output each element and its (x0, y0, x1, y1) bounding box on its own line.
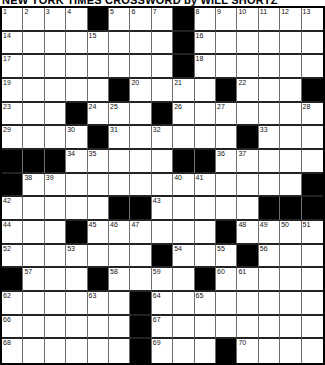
black-cell-r7c1 (2, 150, 23, 174)
clue-number: 59 (153, 268, 161, 276)
black-cell-r8c15 (302, 174, 323, 198)
black-cell-r3c9 (173, 55, 194, 79)
clue-number: 65 (196, 292, 204, 300)
clue-number: 14 (3, 32, 11, 40)
black-cell-r9c15 (302, 197, 323, 221)
white-cell-r11c15[interactable] (302, 245, 323, 269)
white-cell-r13c8[interactable]: 64 (152, 292, 173, 316)
white-cell-r1c3[interactable]: 3 (45, 8, 66, 32)
white-cell-r13c10[interactable]: 65 (195, 292, 216, 316)
black-cell-r1c5 (88, 8, 109, 32)
white-cell-r13c11[interactable] (216, 292, 237, 316)
white-cell-r10c9[interactable] (173, 221, 194, 245)
white-cell-r3c13[interactable] (259, 55, 280, 79)
white-cell-r11c3[interactable] (45, 245, 66, 269)
white-cell-r6c13[interactable]: 33 (259, 126, 280, 150)
clue-number: 44 (3, 221, 11, 229)
white-cell-r5c10[interactable] (195, 103, 216, 127)
white-cell-r10c10[interactable] (195, 221, 216, 245)
white-cell-r14c12[interactable] (237, 316, 258, 340)
clue-number: 35 (89, 150, 97, 158)
white-cell-r1c2[interactable]: 2 (23, 8, 44, 32)
clue-number: 40 (174, 174, 182, 182)
clue-number: 21 (174, 79, 182, 87)
white-cell-r5c3[interactable] (45, 103, 66, 127)
white-cell-r13c5[interactable]: 63 (88, 292, 109, 316)
white-cell-r4c8[interactable] (152, 79, 173, 103)
white-cell-r4c4[interactable] (66, 79, 87, 103)
clue-number: 64 (153, 292, 161, 300)
white-cell-r12c6[interactable]: 58 (109, 268, 130, 292)
clue-number: 37 (238, 150, 246, 158)
clue-number: 26 (174, 103, 182, 111)
white-cell-r2c7[interactable] (130, 32, 151, 56)
white-cell-r2c1[interactable]: 14 (2, 32, 23, 56)
white-cell-r13c9[interactable] (173, 292, 194, 316)
white-cell-r5c9[interactable]: 26 (173, 103, 194, 127)
crossword-grid: 1234567891011121314151617181920212223242… (0, 6, 325, 365)
white-cell-r2c8[interactable] (152, 32, 173, 56)
clue-number: 12 (281, 8, 289, 16)
white-cell-r12c12[interactable]: 61 (237, 268, 258, 292)
black-cell-r15c11 (216, 339, 237, 363)
white-cell-r8c11[interactable] (216, 174, 237, 198)
clue-number: 2 (24, 8, 28, 16)
white-cell-r15c4[interactable] (66, 339, 87, 363)
black-cell-r12c5 (88, 268, 109, 292)
white-cell-r3c5[interactable] (88, 55, 109, 79)
white-cell-r10c12[interactable]: 48 (237, 221, 258, 245)
white-cell-r1c14[interactable]: 12 (280, 8, 301, 32)
black-cell-r8c1 (2, 174, 23, 198)
clue-number: 57 (24, 268, 32, 276)
white-cell-r9c3[interactable] (45, 197, 66, 221)
black-cell-r9c13 (259, 197, 280, 221)
white-cell-r2c11[interactable] (216, 32, 237, 56)
white-cell-r7c11[interactable]: 36 (216, 150, 237, 174)
black-cell-r14c7 (130, 316, 151, 340)
white-cell-r4c13[interactable] (259, 79, 280, 103)
clue-number: 28 (303, 103, 311, 111)
white-cell-r4c7[interactable]: 20 (130, 79, 151, 103)
clue-number: 45 (89, 221, 97, 229)
clue-number: 38 (24, 174, 32, 182)
white-cell-r13c4[interactable] (66, 292, 87, 316)
white-cell-r5c2[interactable] (23, 103, 44, 127)
white-cell-r13c12[interactable] (237, 292, 258, 316)
black-cell-r1c9 (173, 8, 194, 32)
white-cell-r7c7[interactable] (130, 150, 151, 174)
white-cell-r2c13[interactable] (259, 32, 280, 56)
white-cell-r3c2[interactable] (23, 55, 44, 79)
black-cell-r7c10 (195, 150, 216, 174)
clue-number: 39 (46, 174, 54, 182)
white-cell-r14c10[interactable] (195, 316, 216, 340)
white-cell-r14c9[interactable] (173, 316, 194, 340)
white-cell-r12c7[interactable] (130, 268, 151, 292)
white-cell-r3c11[interactable] (216, 55, 237, 79)
white-cell-r11c1[interactable]: 52 (2, 245, 23, 269)
clue-number: 69 (153, 339, 161, 347)
white-cell-r1c6[interactable]: 5 (109, 8, 130, 32)
white-cell-r8c10[interactable]: 41 (195, 174, 216, 198)
white-cell-r8c5[interactable] (88, 174, 109, 198)
clue-number: 53 (67, 245, 75, 253)
white-cell-r4c10[interactable] (195, 79, 216, 103)
white-cell-r15c6[interactable] (109, 339, 130, 363)
black-cell-r10c4 (66, 221, 87, 245)
clue-number: 27 (217, 103, 225, 111)
white-cell-r13c1[interactable]: 62 (2, 292, 23, 316)
white-cell-r11c10[interactable] (195, 245, 216, 269)
white-cell-r7c12[interactable]: 37 (237, 150, 258, 174)
white-cell-r3c15[interactable] (302, 55, 323, 79)
black-cell-r4c6 (109, 79, 130, 103)
white-cell-r6c3[interactable] (45, 126, 66, 150)
clue-number: 41 (196, 174, 204, 182)
black-cell-r15c7 (130, 339, 151, 363)
clue-number: 58 (110, 268, 118, 276)
white-cell-r5c6[interactable]: 25 (109, 103, 130, 127)
clue-number: 16 (196, 32, 204, 40)
white-cell-r5c7[interactable] (130, 103, 151, 127)
white-cell-r13c3[interactable] (45, 292, 66, 316)
white-cell-r6c1[interactable]: 29 (2, 126, 23, 150)
white-cell-r14c8[interactable]: 67 (152, 316, 173, 340)
clue-number: 52 (3, 245, 11, 253)
black-cell-r9c7 (130, 197, 151, 221)
black-cell-r11c12 (237, 245, 258, 269)
white-cell-r5c15[interactable]: 28 (302, 103, 323, 127)
clue-number: 31 (110, 126, 118, 134)
clue-number: 22 (238, 79, 246, 87)
white-cell-r9c8[interactable]: 43 (152, 197, 173, 221)
white-cell-r3c6[interactable] (109, 55, 130, 79)
white-cell-r7c14[interactable] (280, 150, 301, 174)
clue-number: 63 (89, 292, 97, 300)
white-cell-r15c8[interactable]: 69 (152, 339, 173, 363)
clue-number: 4 (67, 8, 71, 16)
white-cell-r2c6[interactable] (109, 32, 130, 56)
white-cell-r12c11[interactable]: 60 (216, 268, 237, 292)
white-cell-r1c8[interactable]: 7 (152, 8, 173, 32)
white-cell-r10c13[interactable]: 49 (259, 221, 280, 245)
white-cell-r11c7[interactable] (130, 245, 151, 269)
white-cell-r4c3[interactable] (45, 79, 66, 103)
white-cell-r11c14[interactable] (280, 245, 301, 269)
clue-number: 30 (67, 126, 75, 134)
white-cell-r6c10[interactable] (195, 126, 216, 150)
white-cell-r13c15[interactable] (302, 292, 323, 316)
white-cell-r8c4[interactable] (66, 174, 87, 198)
white-cell-r1c12[interactable]: 10 (237, 8, 258, 32)
white-cell-r12c4[interactable] (66, 268, 87, 292)
white-cell-r6c6[interactable]: 31 (109, 126, 130, 150)
white-cell-r8c7[interactable] (130, 174, 151, 198)
clue-number: 56 (260, 245, 268, 253)
clue-number: 7 (153, 8, 157, 16)
white-cell-r3c8[interactable] (152, 55, 173, 79)
black-cell-r12c10 (195, 268, 216, 292)
clue-number: 9 (217, 8, 221, 16)
clue-number: 33 (260, 126, 268, 134)
clue-number: 32 (153, 126, 161, 134)
clue-number: 47 (131, 221, 139, 229)
clue-number: 42 (3, 197, 11, 205)
black-cell-r7c9 (173, 150, 194, 174)
white-cell-r2c14[interactable] (280, 32, 301, 56)
white-cell-r5c14[interactable] (280, 103, 301, 127)
white-cell-r9c12[interactable] (237, 197, 258, 221)
white-cell-r10c1[interactable]: 44 (2, 221, 23, 245)
white-cell-r1c13[interactable]: 11 (259, 8, 280, 32)
clue-number: 5 (110, 8, 114, 16)
clue-number: 11 (260, 8, 267, 16)
white-cell-r5c1[interactable]: 23 (2, 103, 23, 127)
white-cell-r11c5[interactable] (88, 245, 109, 269)
white-cell-r8c3[interactable]: 39 (45, 174, 66, 198)
white-cell-r8c13[interactable] (259, 174, 280, 198)
white-cell-r2c3[interactable] (45, 32, 66, 56)
white-cell-r3c12[interactable] (237, 55, 258, 79)
black-cell-r5c8 (152, 103, 173, 127)
white-cell-r15c12[interactable]: 70 (237, 339, 258, 363)
white-cell-r6c7[interactable] (130, 126, 151, 150)
clue-number: 10 (238, 8, 246, 16)
white-cell-r14c13[interactable] (259, 316, 280, 340)
black-cell-r12c1 (2, 268, 23, 292)
white-cell-r15c1[interactable]: 68 (2, 339, 23, 363)
clue-number: 61 (238, 268, 246, 276)
white-cell-r10c15[interactable]: 51 (302, 221, 323, 245)
white-cell-r11c2[interactable] (23, 245, 44, 269)
clue-number: 48 (238, 221, 246, 229)
white-cell-r8c9[interactable]: 40 (173, 174, 194, 198)
white-cell-r14c1[interactable]: 66 (2, 316, 23, 340)
white-cell-r15c15[interactable] (302, 339, 323, 363)
white-cell-r6c8[interactable]: 32 (152, 126, 173, 150)
black-cell-r7c3 (45, 150, 66, 174)
clue-number: 24 (89, 103, 97, 111)
white-cell-r14c3[interactable] (45, 316, 66, 340)
white-cell-r8c2[interactable]: 38 (23, 174, 44, 198)
clue-number: 20 (131, 79, 139, 87)
white-cell-r14c14[interactable] (280, 316, 301, 340)
white-cell-r9c10[interactable] (195, 197, 216, 221)
white-cell-r5c13[interactable] (259, 103, 280, 127)
white-cell-r14c4[interactable] (66, 316, 87, 340)
clue-number: 68 (3, 339, 11, 347)
white-cell-r12c13[interactable] (259, 268, 280, 292)
white-cell-r12c15[interactable] (302, 268, 323, 292)
white-cell-r13c6[interactable] (109, 292, 130, 316)
white-cell-r4c12[interactable]: 22 (237, 79, 258, 103)
white-cell-r10c7[interactable]: 47 (130, 221, 151, 245)
white-cell-r11c11[interactable]: 55 (216, 245, 237, 269)
clue-number: 23 (3, 103, 11, 111)
white-cell-r13c14[interactable] (280, 292, 301, 316)
clue-number: 8 (196, 8, 200, 16)
white-cell-r4c9[interactable]: 21 (173, 79, 194, 103)
white-cell-r10c2[interactable] (23, 221, 44, 245)
white-cell-r2c15[interactable] (302, 32, 323, 56)
white-cell-r11c4[interactable]: 53 (66, 245, 87, 269)
white-cell-r14c5[interactable] (88, 316, 109, 340)
white-cell-r11c6[interactable] (109, 245, 130, 269)
white-cell-r8c6[interactable] (109, 174, 130, 198)
black-cell-r13c7 (130, 292, 151, 316)
white-cell-r3c14[interactable] (280, 55, 301, 79)
white-cell-r10c8[interactable] (152, 221, 173, 245)
white-cell-r3c1[interactable]: 17 (2, 55, 23, 79)
clue-number: 17 (3, 55, 11, 63)
white-cell-r4c1[interactable]: 19 (2, 79, 23, 103)
clue-number: 55 (217, 245, 225, 253)
white-cell-r10c5[interactable]: 45 (88, 221, 109, 245)
white-cell-r11c13[interactable]: 56 (259, 245, 280, 269)
white-cell-r8c12[interactable] (237, 174, 258, 198)
white-cell-r1c4[interactable]: 4 (66, 8, 87, 32)
clue-number: 15 (89, 32, 97, 40)
white-cell-r13c2[interactable] (23, 292, 44, 316)
white-cell-r8c14[interactable] (280, 174, 301, 198)
clue-number: 3 (46, 8, 50, 16)
clue-number: 46 (110, 221, 118, 229)
white-cell-r7c4[interactable]: 34 (66, 150, 87, 174)
white-cell-r11c9[interactable]: 54 (173, 245, 194, 269)
white-cell-r14c15[interactable] (302, 316, 323, 340)
white-cell-r3c7[interactable] (130, 55, 151, 79)
clue-number: 66 (3, 316, 11, 324)
white-cell-r9c4[interactable] (66, 197, 87, 221)
white-cell-r6c15[interactable] (302, 126, 323, 150)
white-cell-r10c14[interactable]: 50 (280, 221, 301, 245)
clue-number: 18 (196, 55, 204, 63)
white-cell-r14c6[interactable] (109, 316, 130, 340)
white-cell-r7c15[interactable] (302, 150, 323, 174)
clue-number: 13 (303, 8, 311, 16)
white-cell-r14c11[interactable] (216, 316, 237, 340)
black-cell-r9c14 (280, 197, 301, 221)
clue-number: 67 (153, 316, 161, 324)
white-cell-r9c9[interactable] (173, 197, 194, 221)
white-cell-r2c5[interactable]: 15 (88, 32, 109, 56)
white-cell-r3c4[interactable] (66, 55, 87, 79)
clue-number: 19 (3, 79, 11, 87)
white-cell-r1c15[interactable]: 13 (302, 8, 323, 32)
white-cell-r1c1[interactable]: 1 (2, 8, 23, 32)
white-cell-r9c11[interactable] (216, 197, 237, 221)
clue-number: 70 (238, 339, 246, 347)
white-cell-r2c2[interactable] (23, 32, 44, 56)
white-cell-r6c14[interactable] (280, 126, 301, 150)
white-cell-r4c2[interactable] (23, 79, 44, 103)
white-cell-r7c5[interactable]: 35 (88, 150, 109, 174)
white-cell-r15c5[interactable] (88, 339, 109, 363)
black-cell-r6c5 (88, 126, 109, 150)
white-cell-r1c7[interactable]: 6 (130, 8, 151, 32)
black-cell-r2c9 (173, 32, 194, 56)
white-cell-r12c2[interactable]: 57 (23, 268, 44, 292)
white-cell-r2c4[interactable] (66, 32, 87, 56)
white-cell-r3c3[interactable] (45, 55, 66, 79)
white-cell-r15c9[interactable] (173, 339, 194, 363)
white-cell-r15c10[interactable] (195, 339, 216, 363)
white-cell-r5c12[interactable] (237, 103, 258, 127)
white-cell-r5c11[interactable]: 27 (216, 103, 237, 127)
clue-number: 25 (110, 103, 118, 111)
white-cell-r15c2[interactable] (23, 339, 44, 363)
clue-number: 43 (153, 197, 161, 205)
clue-number: 29 (3, 126, 11, 134)
clue-number: 62 (3, 292, 11, 300)
white-cell-r15c3[interactable] (45, 339, 66, 363)
white-cell-r7c6[interactable] (109, 150, 130, 174)
black-cell-r5c4 (66, 103, 87, 127)
clue-number: 6 (131, 8, 135, 16)
white-cell-r6c4[interactable]: 30 (66, 126, 87, 150)
white-cell-r8c8[interactable] (152, 174, 173, 198)
clue-number: 34 (67, 150, 75, 158)
white-cell-r7c8[interactable] (152, 150, 173, 174)
clue-number: 54 (174, 245, 182, 253)
white-cell-r1c11[interactable]: 9 (216, 8, 237, 32)
white-cell-r9c2[interactable] (23, 197, 44, 221)
clue-number: 50 (281, 221, 289, 229)
white-cell-r14c2[interactable] (23, 316, 44, 340)
black-cell-r11c8 (152, 245, 173, 269)
black-cell-r9c6 (109, 197, 130, 221)
clue-number: 1 (3, 8, 7, 16)
white-cell-r12c3[interactable] (45, 268, 66, 292)
white-cell-r6c9[interactable] (173, 126, 194, 150)
white-cell-r15c13[interactable] (259, 339, 280, 363)
black-cell-r6c12 (237, 126, 258, 150)
black-cell-r4c15 (302, 79, 323, 103)
white-cell-r7c13[interactable] (259, 150, 280, 174)
white-cell-r1c10[interactable]: 8 (195, 8, 216, 32)
white-cell-r5c5[interactable]: 24 (88, 103, 109, 127)
white-cell-r2c10[interactable]: 16 (195, 32, 216, 56)
clue-number: 60 (217, 268, 225, 276)
white-cell-r9c5[interactable] (88, 197, 109, 221)
black-cell-r10c11 (216, 221, 237, 245)
white-cell-r13c13[interactable] (259, 292, 280, 316)
white-cell-r10c6[interactable]: 46 (109, 221, 130, 245)
white-cell-r12c8[interactable]: 59 (152, 268, 173, 292)
white-cell-r3c10[interactable]: 18 (195, 55, 216, 79)
clue-number: 36 (217, 150, 225, 158)
white-cell-r2c12[interactable] (237, 32, 258, 56)
white-cell-r6c2[interactable] (23, 126, 44, 150)
white-cell-r6c11[interactable] (216, 126, 237, 150)
clue-number: 51 (303, 221, 311, 229)
white-cell-r10c3[interactable] (45, 221, 66, 245)
black-cell-r7c2 (23, 150, 44, 174)
white-cell-r4c5[interactable] (88, 79, 109, 103)
white-cell-r9c1[interactable]: 42 (2, 197, 23, 221)
white-cell-r12c14[interactable] (280, 268, 301, 292)
white-cell-r12c9[interactable] (173, 268, 194, 292)
white-cell-r15c14[interactable] (280, 339, 301, 363)
white-cell-r4c14[interactable] (280, 79, 301, 103)
clue-number: 49 (260, 221, 268, 229)
black-cell-r4c11 (216, 79, 237, 103)
